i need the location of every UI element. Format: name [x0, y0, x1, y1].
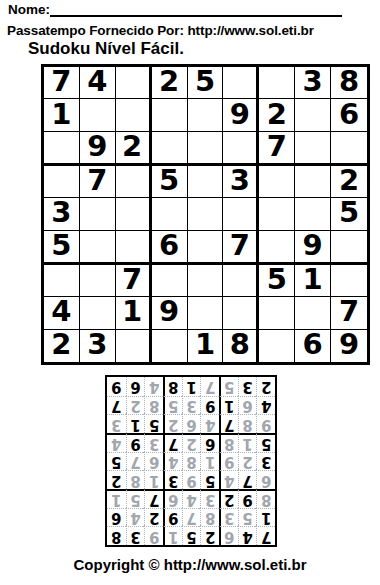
puzzle-cell — [188, 132, 224, 166]
solution-cell: 4 — [182, 489, 201, 508]
solution-cell: 4 — [144, 377, 163, 396]
puzzle-cell — [188, 231, 224, 265]
puzzle-cell: 7 — [44, 67, 80, 99]
puzzle-cell: 1 — [116, 297, 152, 329]
solution-cell: 2 — [144, 508, 163, 527]
solution-cell: 2 — [238, 452, 257, 471]
puzzle-cell: 8 — [223, 330, 259, 362]
puzzle-cell: 9 — [80, 132, 116, 166]
puzzle-cell: 6 — [331, 99, 367, 131]
puzzle-cell: 2 — [44, 330, 80, 362]
solution-cell: 3 — [182, 396, 201, 415]
puzzle-cell — [259, 67, 295, 99]
puzzle-cell: 5 — [259, 265, 295, 297]
solution-cell: 6 — [256, 470, 275, 489]
puzzle-cell: 7 — [331, 297, 367, 329]
puzzle-cell — [188, 99, 224, 131]
puzzle-cell — [116, 330, 152, 362]
solution-cell: 7 — [219, 414, 238, 433]
puzzle-cell — [295, 198, 331, 230]
puzzle-cell: 7 — [259, 132, 295, 166]
solution-cell: 6 — [126, 377, 145, 396]
puzzle-title: Sudoku Nível Fácil. — [28, 39, 184, 59]
puzzle-cell: 2 — [152, 67, 188, 99]
solution-cell: 6 — [163, 489, 182, 508]
puzzle-cell — [295, 99, 331, 131]
solution-cell: 3 — [163, 470, 182, 489]
puzzle-cell: 2 — [116, 132, 152, 166]
puzzle-cell — [188, 297, 224, 329]
puzzle-cell — [331, 231, 367, 265]
puzzle-cell — [152, 132, 188, 166]
puzzle-cell — [44, 166, 80, 198]
solution-cell: 9 — [219, 452, 238, 471]
solution-cell: 1 — [219, 396, 238, 415]
puzzle-cell: 4 — [44, 297, 80, 329]
solution-cell: 1 — [182, 377, 201, 396]
solution-cell: 8 — [107, 526, 126, 545]
puzzle-cell — [152, 265, 188, 297]
solution-cell: 4 — [219, 470, 238, 489]
solution-cell: 4 — [163, 452, 182, 471]
solution-cell: 3 — [238, 377, 257, 396]
solution-cell: 1 — [163, 526, 182, 545]
solution-cell: 9 — [144, 526, 163, 545]
solution-cell: 1 — [238, 433, 257, 452]
puzzle-cell — [44, 265, 80, 297]
puzzle-cell — [80, 265, 116, 297]
solution-cell: 7 — [182, 508, 201, 527]
solution-cell: 7 — [163, 433, 182, 452]
solution-cell: 9 — [200, 396, 219, 415]
puzzle-cell — [223, 67, 259, 99]
puzzle-cell: 1 — [188, 330, 224, 362]
puzzle-cell — [80, 297, 116, 329]
solution-cell: 4 — [107, 433, 126, 452]
puzzle-cell — [152, 99, 188, 131]
solution-cell: 5 — [219, 377, 238, 396]
solution-cell: 9 — [256, 414, 275, 433]
solution-cell: 8 — [144, 396, 163, 415]
puzzle-cell: 2 — [331, 166, 367, 198]
puzzle-cell — [295, 132, 331, 166]
name-label: Nome: — [8, 2, 50, 17]
solution-cell: 6 — [219, 526, 238, 545]
solution-cell: 4 — [256, 396, 275, 415]
solution-cell: 8 — [238, 414, 257, 433]
puzzle-cell — [259, 330, 295, 362]
puzzle-cell: 5 — [188, 67, 224, 99]
solution-cell: 8 — [219, 433, 238, 452]
puzzle-cell: 9 — [295, 231, 331, 265]
solution-cell: 8 — [256, 489, 275, 508]
solution-cell: 9 — [126, 433, 145, 452]
puzzle-cell: 6 — [152, 231, 188, 265]
puzzle-cell: 9 — [152, 297, 188, 329]
puzzle-cell — [331, 132, 367, 166]
puzzle-cell — [223, 297, 259, 329]
solution-cell: 7 — [107, 396, 126, 415]
solution-cell: 6 — [144, 452, 163, 471]
puzzle-cell — [80, 231, 116, 265]
solution-cell: 7 — [126, 452, 145, 471]
puzzle-cell — [152, 198, 188, 230]
solution-cell: 2 — [219, 489, 238, 508]
solution-cell: 6 — [200, 433, 219, 452]
puzzle-cell: 1 — [44, 99, 80, 131]
solution-cell: 3 — [126, 526, 145, 545]
solution-cell: 5 — [107, 452, 126, 471]
puzzle-cell — [223, 132, 259, 166]
solution-cell: 1 — [200, 452, 219, 471]
puzzle-cell: 3 — [223, 166, 259, 198]
puzzle-cell: 5 — [152, 166, 188, 198]
puzzle-cell — [80, 198, 116, 230]
puzzle-cell: 5 — [331, 198, 367, 230]
puzzle-cell — [259, 231, 295, 265]
puzzle-cell — [80, 99, 116, 131]
puzzle-cell — [188, 198, 224, 230]
solution-cell: 1 — [256, 508, 275, 527]
name-field-row: Nome: — [8, 2, 342, 17]
puzzle-cell: 5 — [44, 231, 80, 265]
puzzle-cell: 3 — [44, 198, 80, 230]
solution-cell: 3 — [144, 433, 163, 452]
puzzle-cell — [116, 231, 152, 265]
solution-cell: 6 — [182, 414, 201, 433]
puzzle-cell — [188, 265, 224, 297]
puzzle-cell: 8 — [331, 67, 367, 99]
solution-cell: 3 — [219, 508, 238, 527]
solution-cell: 2 — [107, 470, 126, 489]
puzzle-cell — [223, 265, 259, 297]
solution-cell: 5 — [238, 508, 257, 527]
puzzle-cell — [331, 265, 367, 297]
solution-cell: 3 — [256, 452, 275, 471]
puzzle-cell: 9 — [331, 330, 367, 362]
solution-cell: 9 — [238, 489, 257, 508]
puzzle-cell: 2 — [259, 99, 295, 131]
puzzle-cell: 7 — [80, 166, 116, 198]
puzzle-cell: 3 — [80, 330, 116, 362]
solution-cell: 5 — [126, 489, 145, 508]
puzzle-cell — [116, 198, 152, 230]
solution-cell: 1 — [144, 470, 163, 489]
solution-cell: 8 — [182, 452, 201, 471]
solution-cell: 7 — [238, 470, 257, 489]
solution-cell: 2 — [182, 433, 201, 452]
puzzle-cell — [116, 67, 152, 99]
copyright-text: Copyright © http://www.sol.eti.br — [0, 556, 380, 573]
puzzle-cell — [259, 297, 295, 329]
puzzle-cell: 3 — [295, 67, 331, 99]
puzzle-cell — [259, 166, 295, 198]
solution-cell: 4 — [126, 508, 145, 527]
solution-cell: 7 — [256, 526, 275, 545]
solution-cell: 3 — [200, 489, 219, 508]
provided-by-text: Passatempo Fornecido Por: http://www.sol… — [7, 23, 314, 38]
puzzle-cell: 9 — [223, 99, 259, 131]
name-blank-line — [50, 2, 342, 17]
puzzle-cell — [259, 198, 295, 230]
puzzle-cell — [295, 166, 331, 198]
puzzle-cell: 7 — [223, 231, 259, 265]
solution-cell: 2 — [200, 526, 219, 545]
puzzle-cell: 1 — [295, 265, 331, 297]
solution-cell: 5 — [144, 414, 163, 433]
solution-cell: 9 — [163, 508, 182, 527]
solution-cell: 4 — [238, 526, 257, 545]
solution-cell: 5 — [200, 470, 219, 489]
puzzle-cell: 4 — [80, 67, 116, 99]
solution-cell: 9 — [182, 470, 201, 489]
solution-cell: 2 — [256, 377, 275, 396]
worksheet-page: Nome: Passatempo Fornecido Por: http://w… — [0, 0, 380, 585]
solution-cell: 5 — [163, 396, 182, 415]
puzzle-cell: 6 — [295, 330, 331, 362]
solution-cell: 7 — [144, 489, 163, 508]
solution-cell: 6 — [238, 396, 257, 415]
solution-cell: 7 — [200, 377, 219, 396]
puzzle-cell — [116, 166, 152, 198]
puzzle-cell — [223, 198, 259, 230]
solution-cell: 9 — [107, 377, 126, 396]
solution-cell: 8 — [126, 470, 145, 489]
puzzle-cell: 7 — [116, 265, 152, 297]
solution-cell: 2 — [163, 414, 182, 433]
solution-cell: 4 — [200, 414, 219, 433]
solution-cell: 5 — [256, 433, 275, 452]
solution-cell: 6 — [107, 508, 126, 527]
solution-cell: 3 — [107, 414, 126, 433]
puzzle-cell — [44, 132, 80, 166]
sudoku-solution-grid-rotated: 7462519381538792468923467516745931823291… — [105, 375, 277, 547]
solution-cell: 1 — [107, 489, 126, 508]
puzzle-cell — [116, 99, 152, 131]
puzzle-cell — [152, 330, 188, 362]
puzzle-cell — [295, 297, 331, 329]
solution-cell: 8 — [200, 508, 219, 527]
solution-cell: 1 — [126, 414, 145, 433]
puzzle-cell — [188, 166, 224, 198]
solution-cell: 2 — [126, 396, 145, 415]
sudoku-puzzle-grid: 742538192692775323556797514197231869 — [41, 64, 370, 365]
solution-cell: 8 — [163, 377, 182, 396]
solution-cell: 5 — [182, 526, 201, 545]
